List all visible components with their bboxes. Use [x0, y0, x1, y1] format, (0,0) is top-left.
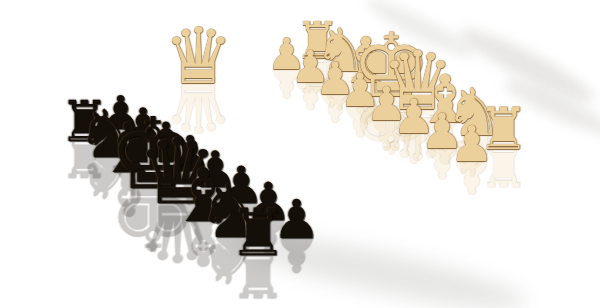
chess-set-product-photo: ♜♜♞♞♝♝♛♛♚♚♝♝♞♞♜♜♟♟♟♟♟♟♟♟♟♟♟♟♟♟♟♟♟♟♟♟♟♟♟♟… — [0, 0, 600, 308]
